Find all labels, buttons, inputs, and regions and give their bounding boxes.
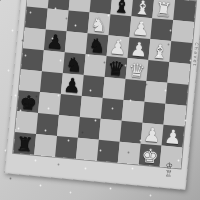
dust-speckles-dark: [0, 0, 1, 1]
piece-white-queen-f5[interactable]: ♛: [126, 49, 150, 81]
piece-black-pawn-c4[interactable]: ♟: [61, 64, 85, 96]
chess-board: ♝♝♜♞♟♟♞♟♟♝♞♛♛♟♚♟♟♜♚ ♔ ♖ Chavet: [4, 0, 200, 190]
piece-black-pawn-b6[interactable]: ♟: [44, 20, 68, 52]
piece-white-pawn-h2[interactable]: ♟: [162, 116, 186, 148]
piece-white-rook-g8[interactable]: ♜: [152, 0, 176, 20]
piece-black-knight-d6[interactable]: ♞: [86, 24, 110, 56]
chess-photo: ♝♝♜♞♟♟♞♟♟♝♞♛♛♟♚♟♟♜♚ ♔ ♖ Chavet: [0, 0, 200, 200]
piece-black-queen-e5[interactable]: ♛: [105, 47, 129, 79]
piece-white-king-g1[interactable]: ♚: [139, 135, 163, 167]
board-maker-emblem-icon: ♔ ♖: [159, 160, 180, 181]
piece-black-king-a3[interactable]: ♚: [17, 81, 41, 113]
piece-white-bishop-g6[interactable]: ♝: [148, 30, 172, 62]
board-pieces-layer: ♝♝♜♞♟♟♞♟♟♝♞♛♛♟♚♟♟♜♚: [13, 0, 196, 168]
piece-black-rook-a1[interactable]: ♜: [13, 123, 37, 155]
emblem-crown-bottom-icon: ♖: [165, 170, 173, 178]
